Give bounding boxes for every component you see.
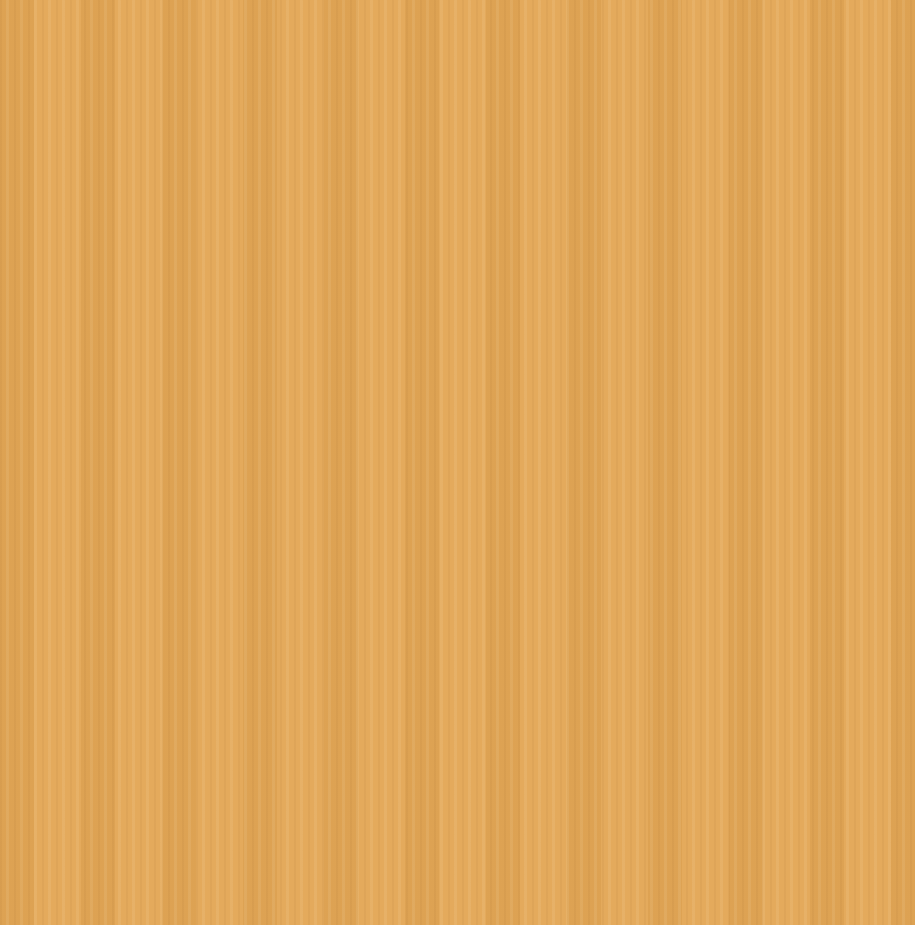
go-board[interactable] — [0, 0, 915, 925]
board-grid[interactable] — [21, 25, 895, 899]
